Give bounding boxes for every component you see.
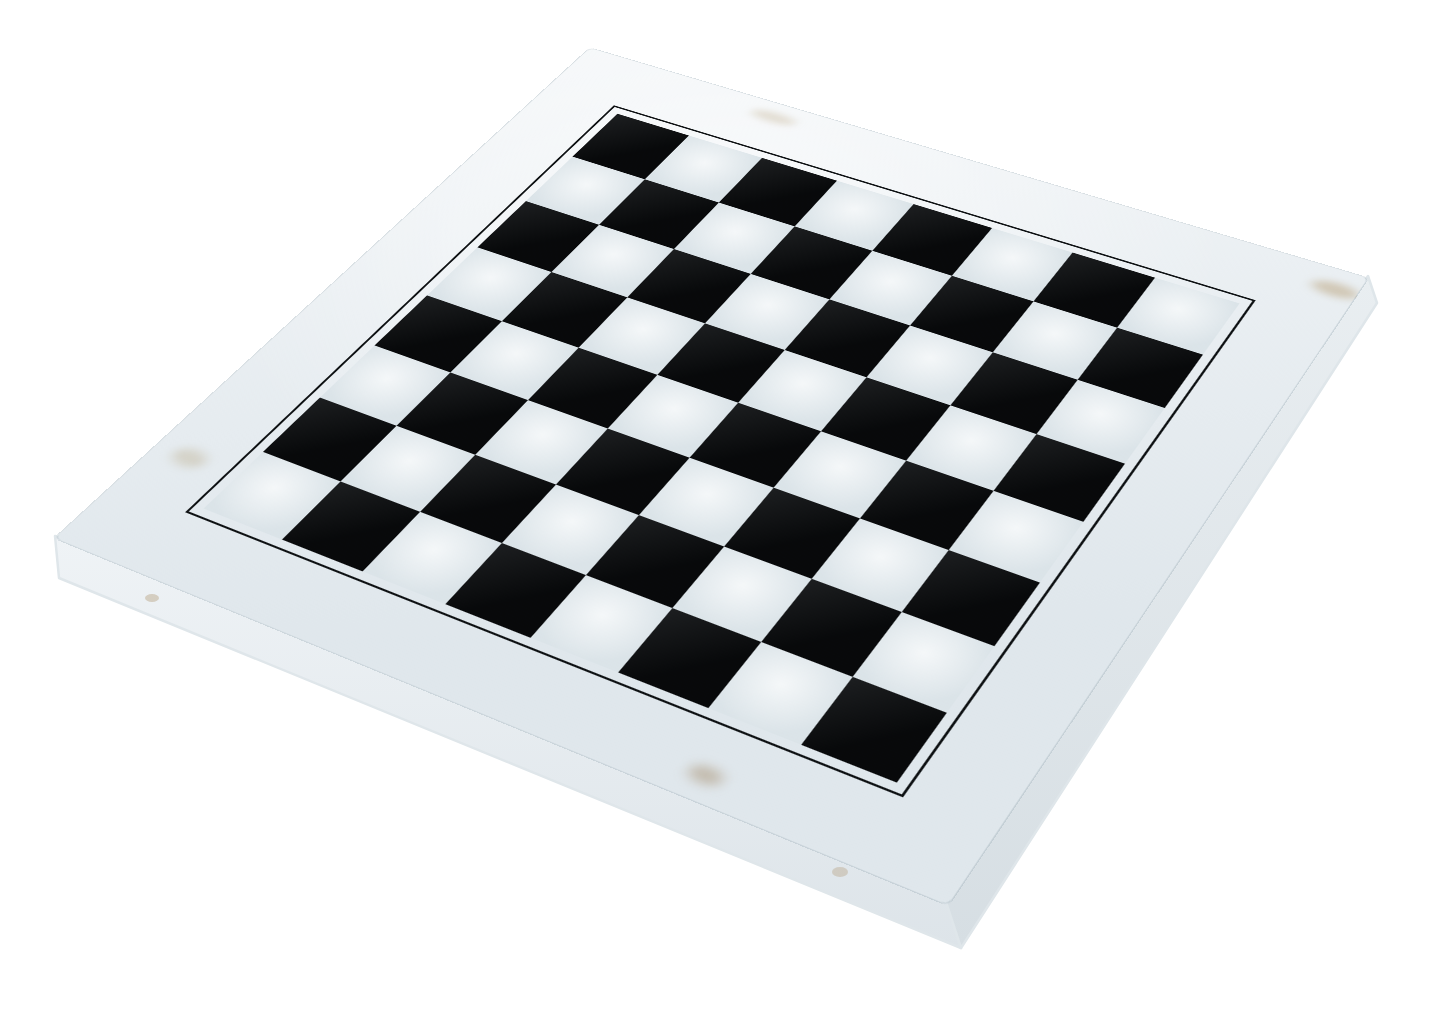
marble-stain [748,107,798,128]
chessboard-product-photo [0,0,1445,1018]
edge-stain [145,594,159,602]
edge-stain [832,867,848,877]
marble-stain [684,761,728,789]
marble-stain [166,445,212,472]
